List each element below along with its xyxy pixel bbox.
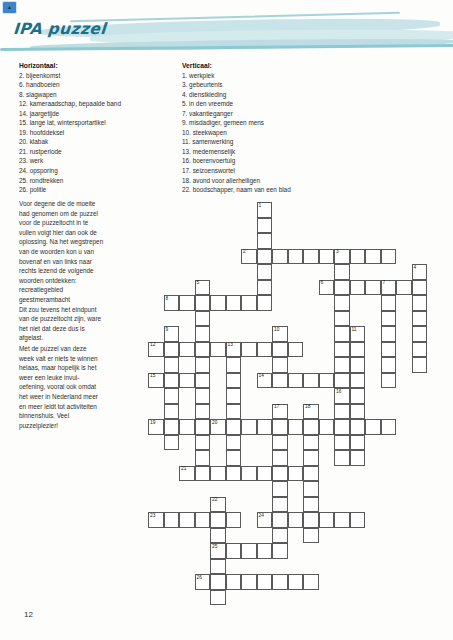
grid-cell[interactable] [257,280,273,296]
clue-item: 14. jaargetijde [19,109,174,119]
grid-cell[interactable] [164,435,180,451]
grid-cell[interactable] [412,311,428,327]
page-number: 12 [24,610,33,619]
grid-cell[interactable] [195,295,211,311]
grid-cell[interactable] [288,574,304,590]
grid-cell[interactable] [365,280,381,296]
clue-item: 9. misdadiger, gemeen mens [182,118,347,128]
grid-cell[interactable] [195,419,211,435]
grid-cell[interactable] [381,249,397,265]
horizontaal-list: 2. bijeenkomst6. handboeien8. slagwapen1… [19,71,174,195]
grid-cell[interactable]: 13 [226,342,242,358]
grid-cell[interactable] [179,342,195,358]
grid-cell[interactable] [272,249,288,265]
clue-item: 12. kameraadschap, bepaalde band [19,99,174,109]
clue-item: 21. rustperiode [19,147,174,157]
grid-cell[interactable] [350,435,366,451]
grid-cell[interactable] [226,512,242,528]
grid-cell[interactable] [288,373,304,389]
grid-cell[interactable] [257,249,273,265]
clue-number: 6 [321,281,324,286]
grid-cell[interactable] [226,419,242,435]
grid-cell[interactable] [272,574,288,590]
verticaal-label: Verticaal: [182,61,347,71]
clue-number: 23 [150,514,155,519]
clue-number: 12 [150,343,155,348]
grid-cell[interactable] [334,342,350,358]
clue-item: 1. werkplek [182,71,347,81]
clue-item: 22. boodschapper, naam van een blad [182,185,347,195]
page-title: IPA puzzel [12,20,106,38]
grid-cell[interactable] [412,326,428,342]
grid-cell[interactable] [334,357,350,373]
grid-cell[interactable] [241,342,257,358]
grid-cell[interactable] [195,512,211,528]
grid-cell[interactable] [334,264,350,280]
grid-cell[interactable] [195,326,211,342]
grid-cell[interactable] [303,497,319,513]
clue-number: 18 [305,405,310,410]
grid-cell[interactable] [334,311,350,327]
clue-number: 16 [336,390,341,395]
grid-cell[interactable] [412,357,428,373]
grid-cell[interactable] [288,342,304,358]
grid-cell[interactable] [195,466,211,482]
grid-cell[interactable] [164,373,180,389]
grid-cell[interactable] [226,466,242,482]
grid-cell[interactable] [381,373,397,389]
grid-cell[interactable] [164,342,180,358]
clue-number: 21 [181,467,186,472]
clue-item: 3. gebeurtenis [182,80,347,90]
grid-cell[interactable]: 16 [334,388,350,404]
grid-cell[interactable] [257,295,273,311]
clue-item: 2. bijeenkomst [19,71,174,81]
clue-number: 8 [166,297,169,302]
grid-cell[interactable] [334,450,350,466]
clue-item: 16. boerenvoertuig [182,156,347,166]
grid-cell[interactable] [381,419,397,435]
grid-cell[interactable] [288,466,304,482]
grid-cell[interactable] [334,435,350,451]
grid-cell[interactable] [195,373,211,389]
verticaal-list: 1. werkplek3. gebeurtenis4. dienstkledin… [182,71,347,195]
grid-cell[interactable] [257,466,273,482]
grid-cell[interactable] [210,342,226,358]
grid-cell[interactable] [164,404,180,420]
grid-cell[interactable] [241,419,257,435]
grid-cell[interactable] [350,404,366,420]
grid-cell[interactable] [334,512,350,528]
grid-cell[interactable]: 26 [195,574,211,590]
grid-cell[interactable] [319,512,335,528]
clue-item: 15. lange lat, wintersportartikel [19,118,174,128]
grid-cell[interactable]: 20 [210,419,226,435]
clue-item: 13. medemenselijk [182,147,347,157]
grid-cell[interactable] [195,342,211,358]
grid-cell[interactable] [272,450,288,466]
grid-cell[interactable] [350,388,366,404]
grid-cell[interactable]: 14 [257,373,273,389]
grid-cell[interactable] [272,481,288,497]
clue-number: 9 [166,328,169,333]
clue-number: 13 [228,343,233,348]
grid-cell[interactable] [226,373,242,389]
grid-cell[interactable] [241,466,257,482]
grid-cell[interactable] [226,574,242,590]
grid-cell[interactable] [272,497,288,513]
clue-item: 10. steekwapen [182,128,347,138]
grid-cell[interactable] [334,404,350,420]
clue-number: 2 [243,250,246,255]
clue-item: 8. slagwapen [19,90,174,100]
grid-cell[interactable] [288,419,304,435]
grid-cell[interactable] [272,342,288,358]
grid-cell[interactable] [272,512,288,528]
grid-cell[interactable]: 24 [257,512,273,528]
clue-number: 15 [150,374,155,379]
grid-cell[interactable] [226,295,242,311]
grid-cell[interactable] [257,574,273,590]
clue-number: 1 [259,204,262,209]
grid-cell[interactable] [226,388,242,404]
grid-cell[interactable] [241,543,257,559]
clue-item: 5. in den vreemde [182,99,347,109]
grid-cell[interactable] [350,342,366,358]
clue-number: 7 [383,281,386,286]
grid-cell[interactable] [303,373,319,389]
grid-cell[interactable]: 7 [381,280,397,296]
grid-cell[interactable] [272,466,288,482]
grid-cell[interactable]: 2 [241,249,257,265]
grid-cell[interactable]: 9 [164,326,180,342]
grid-cell[interactable] [334,419,350,435]
clue-item: 17. seizoenswortel [182,166,347,176]
grid-cell[interactable] [350,280,366,296]
grid-cell[interactable] [164,357,180,373]
grid-cell[interactable] [210,512,226,528]
clue-number: 11 [352,328,357,333]
grid-cell[interactable] [195,311,211,327]
clue-number: 22 [212,498,217,503]
grid-cell[interactable] [226,357,242,373]
grid-cell[interactable] [319,373,335,389]
clue-item: 18. avond voor allerheiligen [182,176,347,186]
grid-cell[interactable] [350,512,366,528]
grid-cell[interactable] [319,249,335,265]
grid-cell[interactable] [303,512,319,528]
grid-cell[interactable] [412,295,428,311]
clue-number: 3 [336,250,339,255]
grid-cell[interactable] [210,295,226,311]
grid-cell[interactable]: 1 [257,202,273,218]
grid-cell[interactable] [334,295,350,311]
horizontaal-label: Horizontaal: [19,61,174,71]
grid-cell[interactable]: 23 [148,512,164,528]
grid-cell[interactable] [257,233,273,249]
grid-cell[interactable] [303,481,319,497]
grid-cell[interactable]: 3 [334,249,350,265]
grid-cell[interactable] [195,357,211,373]
grid-cell[interactable] [257,543,273,559]
clue-number: 25 [212,545,217,550]
up-arrow-icon: ▲ [7,5,12,10]
grid-cell[interactable] [179,295,195,311]
clue-item: 24. opsporing [19,166,174,176]
verticaal-clues: Verticaal: 1. werkplek3. gebeurtenis4. d… [182,61,347,195]
grid-cell[interactable]: 18 [303,404,319,420]
intro-paragraph: Met de puzzel van deze week valt er niet… [19,344,141,430]
clue-item: 25. rondtrekken [19,176,174,186]
grid-cell[interactable] [195,404,211,420]
grid-cell[interactable] [350,419,366,435]
grid-cell[interactable]: 17 [272,404,288,420]
grid-cell[interactable] [288,249,304,265]
grid-cell[interactable]: 19 [148,419,164,435]
grid-cell[interactable] [381,342,397,358]
horizontaal-clues: Horizontaal: 2. bijeenkomst6. handboeien… [19,61,174,195]
grid-cell[interactable]: 22 [210,497,226,513]
grid-cell[interactable]: 25 [210,543,226,559]
clue-number: 5 [197,281,200,286]
grid-cell[interactable] [350,357,366,373]
grid-cell[interactable] [396,280,412,296]
grid-cell[interactable] [350,249,366,265]
grid-cell[interactable] [334,326,350,342]
grid-cell[interactable] [381,311,397,327]
grid-cell[interactable] [365,419,381,435]
grid-cell[interactable] [226,404,242,420]
grid-cell[interactable] [179,419,195,435]
grid-cell[interactable]: 8 [164,295,180,311]
grid-cell[interactable] [164,388,180,404]
grid-cell[interactable] [226,450,242,466]
grid-cell[interactable] [179,373,195,389]
grid-cell[interactable] [257,218,273,234]
grid-cell[interactable] [210,466,226,482]
grid-cell[interactable] [241,295,257,311]
grid-cell[interactable] [241,574,257,590]
clue-number: 20 [212,421,217,426]
grid-cell[interactable] [381,326,397,342]
grid-cell[interactable] [195,450,211,466]
grid-cell[interactable] [257,264,273,280]
grid-cell[interactable] [164,512,180,528]
grid-cell[interactable] [257,419,273,435]
grid-cell[interactable] [210,574,226,590]
grid-cell[interactable] [210,559,226,575]
grid-cell[interactable] [303,574,319,590]
grid-cell[interactable] [164,419,180,435]
clue-item: 6. handboeien [19,80,174,90]
grid-cell[interactable] [179,512,195,528]
clue-number: 19 [150,421,155,426]
clue-item: 26. politie [19,185,174,195]
grid-cell[interactable] [272,435,288,451]
clue-item: 7. vakantieganger [182,109,347,119]
grid-cell[interactable] [303,466,319,482]
grid-cell[interactable] [272,357,288,373]
grid-cell[interactable]: 5 [195,280,211,296]
clue-number: 26 [197,576,202,581]
puzzle-page: ▲ IPA puzzel Horizontaal: 2. bijeenkomst… [0,0,453,640]
grid-cell[interactable]: 15 [148,373,164,389]
clue-number: 17 [274,405,279,410]
grid-cell[interactable] [334,280,350,296]
grid-cell[interactable] [365,249,381,265]
solution-paragraph: Voor degene die de moeite had genomen om… [19,199,141,343]
grid-cell[interactable] [226,543,242,559]
grid-cell[interactable] [303,435,319,451]
grid-cell[interactable] [381,295,397,311]
grid-cell[interactable] [303,249,319,265]
grid-cell[interactable] [288,512,304,528]
grid-cell[interactable]: 10 [272,326,288,342]
grid-cell[interactable] [272,528,288,544]
grid-cell[interactable] [210,528,226,544]
grid-cell[interactable] [272,419,288,435]
grid-cell[interactable] [319,419,335,435]
grid-cell[interactable] [412,342,428,358]
clue-item: 19. hoofddeksel [19,128,174,138]
grid-cell[interactable] [350,450,366,466]
clue-number: 4 [414,266,417,271]
clue-number: 10 [274,328,279,333]
grid-cell[interactable]: 11 [350,326,366,342]
grid-cell[interactable] [412,280,428,296]
grid-cell[interactable]: 4 [412,264,428,280]
grid-cell[interactable]: 12 [148,342,164,358]
grid-cell[interactable] [257,342,273,358]
grid-cell[interactable] [210,590,226,606]
grid-cell[interactable] [195,388,211,404]
grid-cell[interactable] [350,373,366,389]
clue-number: 14 [259,374,264,379]
grid-cell[interactable] [272,543,288,559]
clue-item: 4. dienstkleding [182,90,347,100]
grid-cell[interactable] [272,373,288,389]
clue-item: 20. klabak [19,137,174,147]
grid-cell[interactable] [303,419,319,435]
page-up-button[interactable]: ▲ [2,1,17,14]
grid-cell[interactable] [381,357,397,373]
clue-item: 11. samenwerking [182,137,347,147]
grid-cell[interactable] [195,435,211,451]
grid-cell[interactable]: 6 [319,280,335,296]
grid-cell[interactable] [226,435,242,451]
grid-cell[interactable]: 21 [179,466,195,482]
grid-cell[interactable] [303,450,319,466]
grid-cell[interactable] [303,528,319,544]
clue-item: 23. werk [19,156,174,166]
grid-cell[interactable] [334,373,350,389]
clue-number: 24 [259,514,264,519]
